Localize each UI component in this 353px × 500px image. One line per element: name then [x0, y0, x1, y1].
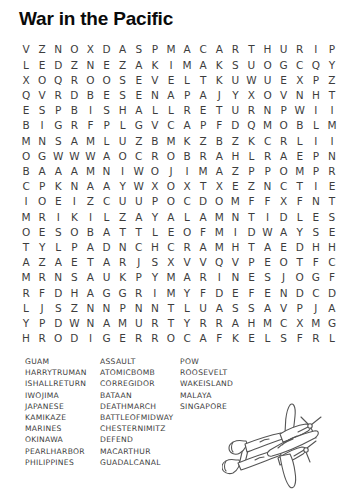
grid-cell: H — [308, 88, 324, 103]
grid-cell: A — [115, 42, 131, 57]
grid-cell: X — [147, 179, 163, 194]
grid-cell: E — [131, 72, 147, 87]
grid-cell: E — [324, 224, 340, 239]
grid-cell: F — [260, 194, 276, 209]
grid-cell: P — [179, 88, 195, 103]
grid-cell: S — [66, 270, 82, 285]
grid-cell: X — [179, 179, 195, 194]
grid-cell: O — [276, 164, 292, 179]
grid-cell: F — [195, 285, 211, 300]
grid-cell: C — [324, 255, 340, 270]
grid-cell: N — [99, 300, 115, 315]
grid-cell: G — [34, 148, 50, 163]
grid-cell: I — [227, 224, 243, 239]
grid-cell: P — [292, 300, 308, 315]
grid-cell: I — [66, 194, 82, 209]
grid-cell: W — [50, 148, 66, 163]
grid-cell: A — [18, 255, 34, 270]
grid-cell: S — [324, 209, 340, 224]
grid-cell: R — [276, 133, 292, 148]
grid-cell: C — [292, 57, 308, 72]
grid-cell: A — [66, 164, 82, 179]
grid-cell: J — [308, 300, 324, 315]
grid-cell: A — [195, 240, 211, 255]
grid-cell: R — [34, 331, 50, 346]
grid-cell: Q — [211, 255, 227, 270]
grid-cell: A — [34, 164, 50, 179]
grid-cell: O — [50, 331, 66, 346]
grid-cell: K — [147, 57, 163, 72]
grid-cell: E — [292, 148, 308, 163]
grid-cell: V — [18, 42, 34, 57]
grid-cell: C — [99, 194, 115, 209]
grid-cell: A — [179, 42, 195, 57]
grid-cell: H — [308, 240, 324, 255]
grid-cell: N — [147, 88, 163, 103]
grid-cell: A — [82, 285, 98, 300]
grid-cell: G — [50, 118, 66, 133]
grid-cell: I — [82, 331, 98, 346]
grid-cell: S — [50, 133, 66, 148]
puzzle-title: War in the Pacific — [19, 8, 173, 30]
grid-cell: H — [66, 285, 82, 300]
grid-cell: M — [211, 209, 227, 224]
grid-cell: N — [292, 88, 308, 103]
grid-cell: Y — [227, 88, 243, 103]
grid-cell: Y — [292, 224, 308, 239]
grid-cell: V — [147, 72, 163, 87]
grid-cell: A — [276, 148, 292, 163]
word-search-grid: VZNOXDASPMACARTHURIPLEDZNEZAKIMAKSUOGCQY… — [18, 42, 340, 346]
grid-cell: T — [163, 316, 179, 331]
grid-cell: O — [211, 194, 227, 209]
grid-cell: S — [227, 57, 243, 72]
grid-cell: Z — [82, 194, 98, 209]
grid-cell: T — [195, 179, 211, 194]
grid-cell: A — [211, 164, 227, 179]
grid-cell: Y — [324, 57, 340, 72]
grid-cell: A — [195, 57, 211, 72]
grid-cell: J — [34, 300, 50, 315]
grid-cell: L — [292, 133, 308, 148]
grid-cell: Y — [34, 240, 50, 255]
grid-cell: E — [227, 285, 243, 300]
grid-cell: T — [18, 240, 34, 255]
grid-cell: E — [131, 88, 147, 103]
grid-cell: L — [18, 57, 34, 72]
grid-cell: A — [66, 133, 82, 148]
grid-cell: R — [66, 72, 82, 87]
grid-cell: D — [66, 331, 82, 346]
grid-cell: J — [211, 88, 227, 103]
grid-cell: J — [163, 164, 179, 179]
grid-cell: H — [227, 240, 243, 255]
grid-cell: E — [34, 224, 50, 239]
grid-cell: A — [99, 179, 115, 194]
grid-cell: C — [195, 42, 211, 57]
grid-cell: K — [211, 57, 227, 72]
grid-cell: N — [82, 316, 98, 331]
grid-cell: J — [131, 255, 147, 270]
grid-cell: A — [82, 270, 98, 285]
p38-airplane-drawing — [222, 398, 352, 498]
grid-cell: W — [260, 224, 276, 239]
grid-cell: X — [243, 88, 259, 103]
grid-cell: F — [292, 194, 308, 209]
grid-cell: T — [163, 300, 179, 315]
grid-cell: M — [163, 42, 179, 57]
grid-cell: H — [243, 316, 259, 331]
grid-cell: E — [243, 331, 259, 346]
grid-cell: F — [243, 194, 259, 209]
grid-cell: A — [211, 148, 227, 163]
grid-cell: W — [131, 164, 147, 179]
grid-cell: A — [276, 224, 292, 239]
grid-cell: R — [324, 164, 340, 179]
grid-cell: A — [131, 103, 147, 118]
grid-cell: M — [308, 316, 324, 331]
grid-cell: C — [260, 133, 276, 148]
word-list-item: POW — [180, 356, 233, 367]
grid-cell: C — [179, 194, 195, 209]
grid-cell: I — [163, 57, 179, 72]
word-list-item: IWOJIMA — [25, 390, 87, 401]
grid-cell: E — [18, 103, 34, 118]
grid-cell: Z — [227, 164, 243, 179]
grid-cell: C — [179, 331, 195, 346]
grid-cell: D — [195, 194, 211, 209]
grid-cell: K — [179, 133, 195, 148]
grid-cell: U — [195, 300, 211, 315]
p38-lightning-icon — [222, 398, 352, 498]
grid-cell: O — [18, 148, 34, 163]
grid-cell: V — [179, 255, 195, 270]
grid-cell: T — [131, 224, 147, 239]
grid-cell: P — [243, 255, 259, 270]
grid-cell: O — [163, 331, 179, 346]
grid-cell: S — [243, 300, 259, 315]
grid-cell: O — [292, 270, 308, 285]
grid-cell: H — [324, 240, 340, 255]
word-list-item: ROOSEVELT — [180, 367, 233, 378]
grid-cell: T — [82, 255, 98, 270]
grid-cell: R — [195, 148, 211, 163]
grid-cell: A — [195, 209, 211, 224]
grid-cell: T — [324, 194, 340, 209]
grid-cell: Z — [227, 133, 243, 148]
grid-cell: H — [227, 148, 243, 163]
grid-cell: O — [34, 194, 50, 209]
grid-cell: W — [131, 179, 147, 194]
grid-cell: G — [308, 270, 324, 285]
grid-cell: Z — [243, 179, 259, 194]
grid-cell: A — [260, 240, 276, 255]
grid-cell: M — [163, 285, 179, 300]
grid-cell: L — [243, 148, 259, 163]
grid-cell: A — [260, 300, 276, 315]
grid-cell: A — [99, 224, 115, 239]
grid-cell: E — [243, 270, 259, 285]
grid-cell: N — [324, 148, 340, 163]
grid-cell: N — [66, 179, 82, 194]
grid-cell: I — [308, 179, 324, 194]
grid-cell: Z — [66, 57, 82, 72]
grid-cell: S — [115, 72, 131, 87]
grid-cell: R — [179, 240, 195, 255]
grid-cell: R — [243, 103, 259, 118]
grid-cell: Z — [195, 133, 211, 148]
grid-cell: U — [99, 270, 115, 285]
grid-cell: O — [260, 88, 276, 103]
grid-cell: R — [66, 118, 82, 133]
grid-cell: O — [163, 194, 179, 209]
word-list-column-2: ASSAULTATOMICBOMBCORREGIDORBATAANDEATHMA… — [100, 356, 174, 468]
grid-cell: R — [34, 270, 50, 285]
grid-cell: D — [211, 285, 227, 300]
grid-cell: D — [324, 285, 340, 300]
word-list-item: JAPANESE — [25, 401, 87, 412]
grid-cell: M — [292, 164, 308, 179]
grid-cell: G — [324, 316, 340, 331]
grid-cell: G — [131, 118, 147, 133]
grid-cell: Y — [18, 316, 34, 331]
grid-cell: P — [260, 164, 276, 179]
word-list-item: DEFEND — [100, 434, 174, 445]
grid-cell: M — [82, 164, 98, 179]
grid-cell: N — [260, 103, 276, 118]
grid-cell: Q — [50, 72, 66, 87]
grid-cell: P — [147, 194, 163, 209]
grid-cell: A — [99, 316, 115, 331]
grid-cell: H — [260, 42, 276, 57]
grid-cell: K — [50, 179, 66, 194]
grid-cell: Z — [115, 209, 131, 224]
grid-cell: L — [147, 224, 163, 239]
grid-cell: U — [227, 103, 243, 118]
grid-cell: O — [115, 148, 131, 163]
grid-cell: B — [179, 148, 195, 163]
grid-cell: T — [324, 88, 340, 103]
grid-cell: A — [324, 300, 340, 315]
grid-cell: K — [66, 209, 82, 224]
grid-cell: K — [115, 270, 131, 285]
grid-cell: R — [195, 316, 211, 331]
grid-cell: E — [260, 255, 276, 270]
grid-cell: S — [115, 88, 131, 103]
word-list-item: CHESTERNIMITZ — [100, 423, 174, 434]
grid-cell: L — [147, 103, 163, 118]
grid-cell: N — [308, 194, 324, 209]
grid-cell: B — [18, 118, 34, 133]
grid-cell: O — [276, 118, 292, 133]
word-list-item: ISHALLRETURN — [25, 378, 87, 389]
grid-cell: E — [163, 224, 179, 239]
grid-cell: F — [34, 285, 50, 300]
grid-cell: P — [34, 179, 50, 194]
grid-cell: A — [131, 57, 147, 72]
grid-cell: E — [308, 209, 324, 224]
grid-cell: R — [308, 331, 324, 346]
grid-cell: I — [115, 164, 131, 179]
grid-cell: P — [99, 118, 115, 133]
grid-cell: L — [163, 103, 179, 118]
grid-cell: Z — [115, 57, 131, 72]
grid-cell: R — [131, 285, 147, 300]
grid-cell: N — [147, 300, 163, 315]
word-list-item: ASSAULT — [100, 356, 174, 367]
grid-cell: O — [276, 255, 292, 270]
grid-cell: N — [34, 133, 50, 148]
grid-cell: M — [82, 133, 98, 148]
grid-cell: P — [324, 42, 340, 57]
grid-cell: Z — [324, 72, 340, 87]
grid-cell: A — [195, 331, 211, 346]
grid-cell: V — [276, 88, 292, 103]
grid-cell: E — [34, 57, 50, 72]
grid-cell: D — [227, 118, 243, 133]
grid-cell: I — [324, 103, 340, 118]
grid-cell: X — [211, 179, 227, 194]
grid-cell: D — [50, 316, 66, 331]
grid-cell: V — [227, 255, 243, 270]
grid-cell: C — [163, 118, 179, 133]
grid-cell: F — [195, 224, 211, 239]
grid-cell: H — [115, 103, 131, 118]
grid-cell: Q — [308, 57, 324, 72]
grid-cell: I — [34, 118, 50, 133]
grid-cell: W — [292, 103, 308, 118]
grid-cell: P — [308, 148, 324, 163]
word-list-item: GUADALCANAL — [100, 457, 174, 468]
grid-cell: C — [131, 240, 147, 255]
grid-cell: R — [179, 103, 195, 118]
grid-cell: K — [243, 133, 259, 148]
grid-cell: X — [276, 194, 292, 209]
grid-cell: O — [99, 72, 115, 87]
word-list-item: GUAM — [25, 356, 87, 367]
grid-cell: L — [260, 331, 276, 346]
grid-cell: E — [276, 240, 292, 255]
grid-cell: A — [163, 88, 179, 103]
grid-cell: J — [276, 270, 292, 285]
grid-cell: W — [66, 148, 82, 163]
grid-cell: W — [243, 72, 259, 87]
grid-cell: D — [66, 88, 82, 103]
grid-cell: B — [66, 103, 82, 118]
word-list-item: OKINAWA — [25, 434, 87, 445]
grid-cell: E — [163, 72, 179, 87]
grid-cell: I — [260, 209, 276, 224]
grid-cell: R — [227, 42, 243, 57]
grid-cell: M — [163, 270, 179, 285]
word-list-item: ATOMICBOMB — [100, 367, 174, 378]
grid-cell: T — [115, 224, 131, 239]
grid-cell: M — [211, 240, 227, 255]
grid-cell: A — [195, 88, 211, 103]
grid-cell: D — [50, 57, 66, 72]
grid-cell: R — [147, 148, 163, 163]
grid-cell: Z — [131, 133, 147, 148]
grid-cell: A — [179, 118, 195, 133]
grid-cell: M — [260, 118, 276, 133]
grid-cell: U — [260, 72, 276, 87]
grid-cell: H — [147, 240, 163, 255]
grid-cell: U — [131, 194, 147, 209]
grid-cell: L — [50, 240, 66, 255]
grid-cell: I — [308, 42, 324, 57]
grid-cell: N — [227, 270, 243, 285]
grid-cell: X — [292, 316, 308, 331]
grid-cell: E — [260, 285, 276, 300]
grid-cell: T — [243, 240, 259, 255]
grid-cell: D — [50, 285, 66, 300]
grid-cell: V — [195, 255, 211, 270]
grid-cell: P — [308, 72, 324, 87]
grid-cell: U — [276, 42, 292, 57]
grid-cell: N — [82, 57, 98, 72]
grid-cell: I — [308, 133, 324, 148]
grid-cell: G — [115, 285, 131, 300]
grid-cell: L — [115, 118, 131, 133]
grid-cell: R — [34, 209, 50, 224]
grid-cell: M — [260, 316, 276, 331]
grid-cell: O — [163, 148, 179, 163]
grid-cell: Y — [115, 179, 131, 194]
grid-cell: S — [147, 255, 163, 270]
grid-cell: C — [18, 179, 34, 194]
grid-cell: L — [99, 133, 115, 148]
grid-cell: O — [34, 72, 50, 87]
grid-cell: M — [163, 133, 179, 148]
grid-cell: P — [66, 240, 82, 255]
grid-cell: E — [276, 72, 292, 87]
grid-cell: M — [18, 209, 34, 224]
grid-cell: C — [163, 240, 179, 255]
grid-cell: Y — [147, 209, 163, 224]
grid-cell: D — [276, 209, 292, 224]
grid-cell: M — [324, 118, 340, 133]
grid-cell: U — [115, 133, 131, 148]
grid-cell: I — [179, 164, 195, 179]
grid-cell: E — [115, 331, 131, 346]
grid-cell: N — [99, 164, 115, 179]
grid-cell: L — [18, 300, 34, 315]
grid-cell: O — [179, 224, 195, 239]
grid-cell: P — [276, 103, 292, 118]
grid-cell: N — [276, 285, 292, 300]
grid-cell: A — [131, 209, 147, 224]
word-list-item: MACARTHUR — [100, 446, 174, 457]
grid-cell: E — [324, 179, 340, 194]
grid-cell: N — [82, 300, 98, 315]
word-list-item: PHILIPPINES — [25, 457, 87, 468]
grid-cell: I — [82, 103, 98, 118]
grid-cell: A — [211, 42, 227, 57]
grid-cell: L — [179, 209, 195, 224]
grid-cell: X — [18, 72, 34, 87]
grid-cell: P — [243, 164, 259, 179]
grid-cell: S — [227, 300, 243, 315]
grid-cell: M — [211, 224, 227, 239]
grid-cell: R — [18, 285, 34, 300]
grid-cell: X — [163, 255, 179, 270]
grid-cell: F — [308, 255, 324, 270]
grid-cell: O — [260, 57, 276, 72]
grid-cell: Y — [147, 270, 163, 285]
grid-cell: L — [324, 331, 340, 346]
grid-cell: U — [115, 194, 131, 209]
grid-cell: N — [227, 209, 243, 224]
